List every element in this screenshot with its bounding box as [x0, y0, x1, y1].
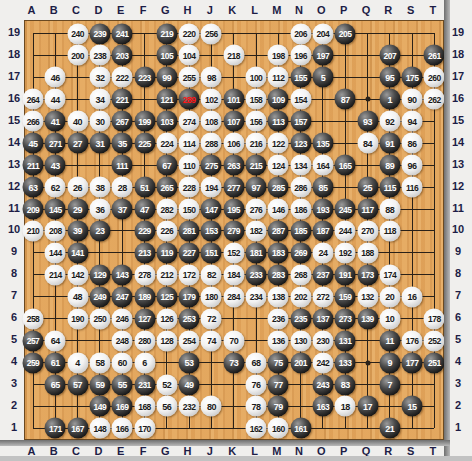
stone-H19: 220 — [179, 23, 200, 44]
stone-C10: 39 — [67, 220, 88, 241]
stone-K11: 195 — [223, 199, 244, 220]
stone-M3: 77 — [268, 374, 289, 395]
stone-N5: 130 — [290, 330, 311, 351]
stone-P8: 191 — [335, 264, 356, 285]
stone-G10: 226 — [156, 220, 177, 241]
bottom-window-edge-bar — [0, 440, 450, 446]
stone-P11: 245 — [335, 199, 356, 220]
stone-A11: 209 — [23, 199, 44, 220]
stone-R4: 9 — [379, 352, 400, 373]
stone-B3: 65 — [45, 374, 66, 395]
stone-K7: 284 — [223, 286, 244, 307]
stone-R5: 11 — [379, 330, 400, 351]
stone-E17: 222 — [112, 67, 133, 88]
row-label-left-5: 5 — [11, 333, 17, 345]
row-label-right-17: 17 — [452, 70, 464, 82]
stone-K18: 218 — [223, 45, 244, 66]
stone-K8: 184 — [223, 264, 244, 285]
stone-P4: 133 — [335, 352, 356, 373]
stone-Q12: 25 — [357, 177, 378, 198]
stone-D14: 31 — [89, 133, 110, 154]
stone-P19: 205 — [335, 23, 356, 44]
stone-R18: 207 — [379, 45, 400, 66]
stone-O5: 230 — [312, 330, 333, 351]
stone-E14: 35 — [112, 133, 133, 154]
stone-T4: 251 — [424, 352, 445, 373]
stone-D15: 30 — [89, 111, 110, 132]
stone-G6: 126 — [156, 308, 177, 329]
stone-B15: 41 — [45, 111, 66, 132]
stone-M6: 236 — [268, 308, 289, 329]
column-label-top-B: B — [50, 4, 58, 16]
stone-H12: 228 — [179, 177, 200, 198]
stone-B11: 145 — [45, 199, 66, 220]
stone-N6: 235 — [290, 308, 311, 329]
stone-H10: 281 — [179, 220, 200, 241]
row-label-left-17: 17 — [8, 70, 20, 82]
row-label-right-1: 1 — [455, 421, 461, 433]
stone-Q10: 270 — [357, 220, 378, 241]
stone-L15: 156 — [246, 111, 267, 132]
stone-N8: 268 — [290, 264, 311, 285]
stone-L7: 234 — [246, 286, 267, 307]
stone-N10: 185 — [290, 220, 311, 241]
stone-G2: 56 — [156, 396, 177, 417]
column-label-top-R: R — [384, 4, 392, 16]
stone-M7: 138 — [268, 286, 289, 307]
stone-C3: 57 — [67, 374, 88, 395]
row-label-right-7: 7 — [455, 289, 461, 301]
stone-H9: 227 — [179, 242, 200, 263]
stone-L12: 97 — [246, 177, 267, 198]
stone-H17: 255 — [179, 67, 200, 88]
stone-R17: 95 — [379, 67, 400, 88]
stone-B13: 43 — [45, 155, 66, 176]
stone-M11: 146 — [268, 199, 289, 220]
stone-K14: 106 — [223, 133, 244, 154]
stone-E2: 169 — [112, 396, 133, 417]
stone-J11: 147 — [201, 199, 222, 220]
stone-G15: 103 — [156, 111, 177, 132]
stone-M14: 122 — [268, 133, 289, 154]
stone-F17: 223 — [134, 67, 155, 88]
stone-J12: 194 — [201, 177, 222, 198]
stone-R8: 174 — [379, 264, 400, 285]
stone-A14: 45 — [23, 133, 44, 154]
stone-M5: 136 — [268, 330, 289, 351]
stone-E16: 221 — [112, 89, 133, 110]
stone-J7: 180 — [201, 286, 222, 307]
stone-N7: 202 — [290, 286, 311, 307]
stone-K10: 279 — [223, 220, 244, 241]
column-label-top-H: H — [184, 4, 192, 16]
stone-C18: 200 — [67, 45, 88, 66]
stone-J10: 153 — [201, 220, 222, 241]
bottom-window-band — [0, 456, 472, 461]
stone-F7: 189 — [134, 286, 155, 307]
stone-M2: 79 — [268, 396, 289, 417]
stone-E3: 55 — [112, 374, 133, 395]
stone-L11: 276 — [246, 199, 267, 220]
stone-N1: 161 — [290, 418, 311, 439]
stone-A12: 63 — [23, 177, 44, 198]
stone-D16: 34 — [89, 89, 110, 110]
stone-K16: 101 — [223, 89, 244, 110]
stone-S13: 96 — [402, 155, 423, 176]
stone-Q15: 93 — [357, 111, 378, 132]
stone-M16: 109 — [268, 89, 289, 110]
stone-M18: 198 — [268, 45, 289, 66]
row-label-left-8: 8 — [11, 267, 17, 279]
stone-K4: 73 — [223, 352, 244, 373]
row-label-left-1: 1 — [11, 421, 17, 433]
stone-C19: 240 — [67, 23, 88, 44]
stone-S4: 177 — [402, 352, 423, 373]
column-label-top-C: C — [72, 4, 80, 16]
stone-H6: 253 — [179, 308, 200, 329]
stone-G18: 105 — [156, 45, 177, 66]
row-label-right-16: 16 — [452, 92, 464, 104]
stone-M9: 183 — [268, 242, 289, 263]
stone-H4: 53 — [179, 352, 200, 373]
row-label-right-9: 9 — [455, 245, 461, 257]
stone-E6: 246 — [112, 308, 133, 329]
stone-G9: 119 — [156, 242, 177, 263]
stone-B17: 46 — [45, 67, 66, 88]
stone-J2: 80 — [201, 396, 222, 417]
stone-J5: 74 — [201, 330, 222, 351]
stone-C15: 40 — [67, 111, 88, 132]
stone-R1: 21 — [379, 418, 400, 439]
right-window-edge-bar — [444, 0, 450, 461]
stone-P3: 83 — [335, 374, 356, 395]
stone-C8: 142 — [67, 264, 88, 285]
stone-M13: 124 — [268, 155, 289, 176]
stone-F11: 47 — [134, 199, 155, 220]
stone-Q14: 84 — [357, 133, 378, 154]
column-label-top-J: J — [207, 4, 213, 16]
stone-C11: 29 — [67, 199, 88, 220]
stone-R11: 88 — [379, 199, 400, 220]
stone-E5: 248 — [112, 330, 133, 351]
row-label-right-11: 11 — [452, 202, 464, 214]
stone-R13: 89 — [379, 155, 400, 176]
stone-H3: 49 — [179, 374, 200, 395]
stone-E8: 143 — [112, 264, 133, 285]
stone-T6: 178 — [424, 308, 445, 329]
stone-J16: 102 — [201, 89, 222, 110]
stone-S12: 116 — [402, 177, 423, 198]
stone-G7: 125 — [156, 286, 177, 307]
stone-E19: 241 — [112, 23, 133, 44]
row-label-left-9: 9 — [11, 245, 17, 257]
row-label-left-11: 11 — [8, 202, 20, 214]
stone-B1: 171 — [45, 418, 66, 439]
row-label-left-7: 7 — [11, 289, 17, 301]
stone-D1: 148 — [89, 418, 110, 439]
stone-Q6: 139 — [357, 308, 378, 329]
stone-R15: 92 — [379, 111, 400, 132]
stone-P9: 192 — [335, 242, 356, 263]
stone-D18: 238 — [89, 45, 110, 66]
stone-N19: 206 — [290, 23, 311, 44]
stone-D3: 59 — [89, 374, 110, 395]
stone-L16: 158 — [246, 89, 267, 110]
stone-B8: 214 — [45, 264, 66, 285]
stone-P5: 131 — [335, 330, 356, 351]
stone-D4: 58 — [89, 352, 110, 373]
stone-A15: 266 — [23, 111, 44, 132]
stone-O4: 242 — [312, 352, 333, 373]
stone-J14: 288 — [201, 133, 222, 154]
row-label-right-5: 5 — [455, 333, 461, 345]
stone-B14: 271 — [45, 133, 66, 154]
stone-H14: 114 — [179, 133, 200, 154]
stone-N12: 286 — [290, 177, 311, 198]
stone-E13: 111 — [112, 155, 133, 176]
stone-J6: 72 — [201, 308, 222, 329]
column-label-top-K: K — [228, 4, 236, 16]
stone-N14: 123 — [290, 133, 311, 154]
stone-B5: 64 — [45, 330, 66, 351]
stone-O14: 135 — [312, 133, 333, 154]
column-label-top-O: O — [317, 4, 326, 16]
row-label-right-2: 2 — [455, 399, 461, 411]
stone-F15: 199 — [134, 111, 155, 132]
stone-E4: 60 — [112, 352, 133, 373]
stone-N18: 196 — [290, 45, 311, 66]
stone-L8: 233 — [246, 264, 267, 285]
stone-D19: 239 — [89, 23, 110, 44]
stone-F9: 213 — [134, 242, 155, 263]
stone-D8: 129 — [89, 264, 110, 285]
stone-S14: 86 — [402, 133, 423, 154]
stone-H15: 274 — [179, 111, 200, 132]
stone-O3: 243 — [312, 374, 333, 395]
stone-O11: 193 — [312, 199, 333, 220]
stone-A13: 211 — [23, 155, 44, 176]
stone-F10: 229 — [134, 220, 155, 241]
stone-J8: 82 — [201, 264, 222, 285]
stone-P2: 18 — [335, 396, 356, 417]
row-label-left-18: 18 — [8, 48, 20, 60]
stone-O13: 164 — [312, 155, 333, 176]
stone-C4: 4 — [67, 352, 88, 373]
stone-Q9: 188 — [357, 242, 378, 263]
column-label-top-D: D — [94, 4, 102, 16]
stone-F5: 280 — [134, 330, 155, 351]
row-label-right-18: 18 — [452, 48, 464, 60]
stone-N17: 155 — [290, 67, 311, 88]
row-label-right-12: 12 — [452, 180, 464, 192]
stone-O10: 187 — [312, 220, 333, 241]
stone-G16: 121 — [156, 89, 177, 110]
column-label-top-Q: Q — [362, 4, 371, 16]
stone-H7: 179 — [179, 286, 200, 307]
stone-C7: 48 — [67, 286, 88, 307]
hoshi-Q16 — [365, 97, 370, 102]
stone-D10: 23 — [89, 220, 110, 241]
stone-C12: 26 — [67, 177, 88, 198]
row-label-right-8: 8 — [455, 267, 461, 279]
stone-Q2: 17 — [357, 396, 378, 417]
stone-L4: 68 — [246, 352, 267, 373]
stone-F14: 225 — [134, 133, 155, 154]
column-label-top-L: L — [251, 4, 258, 16]
stone-N15: 157 — [290, 111, 311, 132]
stone-H8: 172 — [179, 264, 200, 285]
stone-A16: 264 — [23, 89, 44, 110]
stone-T18: 261 — [424, 45, 445, 66]
stone-A4: 259 — [23, 352, 44, 373]
stone-O6: 137 — [312, 308, 333, 329]
stone-P16: 87 — [335, 89, 356, 110]
row-label-right-13: 13 — [452, 158, 464, 170]
stone-G14: 224 — [156, 133, 177, 154]
row-label-left-12: 12 — [8, 180, 20, 192]
stone-F4: 6 — [134, 352, 155, 373]
stone-L10: 182 — [246, 220, 267, 241]
stone-K15: 107 — [223, 111, 244, 132]
stone-J15: 108 — [201, 111, 222, 132]
stone-C1: 167 — [67, 418, 88, 439]
stone-D12: 38 — [89, 177, 110, 198]
stone-R14: 91 — [379, 133, 400, 154]
stone-E1: 166 — [112, 418, 133, 439]
stone-B12: 62 — [45, 177, 66, 198]
row-label-right-3: 3 — [455, 377, 461, 389]
stone-S7: 16 — [402, 286, 423, 307]
row-label-left-2: 2 — [11, 399, 17, 411]
column-label-top-M: M — [272, 4, 281, 16]
stone-O9: 24 — [312, 242, 333, 263]
column-label-top-T: T — [430, 4, 437, 16]
stone-B10: 208 — [45, 220, 66, 241]
stone-L1: 162 — [246, 418, 267, 439]
stone-N9: 269 — [290, 242, 311, 263]
stone-A6: 258 — [23, 308, 44, 329]
stone-O19: 204 — [312, 23, 333, 44]
stone-E12: 28 — [112, 177, 133, 198]
stone-E15: 267 — [112, 111, 133, 132]
stone-T5: 252 — [424, 330, 445, 351]
column-label-top-S: S — [407, 4, 414, 16]
stone-R6: 10 — [379, 308, 400, 329]
stone-M17: 112 — [268, 67, 289, 88]
stone-H2: 232 — [179, 396, 200, 417]
stone-B16: 44 — [45, 89, 66, 110]
stone-F12: 51 — [134, 177, 155, 198]
stone-O7: 272 — [312, 286, 333, 307]
stone-F2: 168 — [134, 396, 155, 417]
row-label-right-10: 10 — [452, 223, 464, 235]
stone-H16: 289 — [179, 89, 200, 110]
stone-Q7: 132 — [357, 286, 378, 307]
stone-C14: 27 — [67, 133, 88, 154]
stone-N11: 186 — [290, 199, 311, 220]
stone-D7: 249 — [89, 286, 110, 307]
stone-K12: 277 — [223, 177, 244, 198]
stone-L13: 215 — [246, 155, 267, 176]
row-label-left-15: 15 — [8, 114, 20, 126]
goban[interactable]: 2402392412192202562062042052002382031051… — [24, 20, 444, 440]
stone-H18: 104 — [179, 45, 200, 66]
stone-S17: 175 — [402, 67, 423, 88]
stone-M1: 160 — [268, 418, 289, 439]
stone-B4: 61 — [45, 352, 66, 373]
stone-K13: 263 — [223, 155, 244, 176]
row-label-left-14: 14 — [8, 136, 20, 148]
stone-N16: 154 — [290, 89, 311, 110]
stone-F1: 170 — [134, 418, 155, 439]
stone-H11: 150 — [179, 199, 200, 220]
stone-G3: 52 — [156, 374, 177, 395]
go-game-record-window: 2402392412192202562062042052002382031051… — [0, 0, 472, 461]
row-label-left-13: 13 — [8, 158, 20, 170]
row-label-left-19: 19 — [8, 26, 20, 38]
stone-A5: 257 — [23, 330, 44, 351]
row-label-right-15: 15 — [452, 114, 464, 126]
stone-P10: 244 — [335, 220, 356, 241]
stone-C9: 141 — [67, 242, 88, 263]
stone-J17: 98 — [201, 67, 222, 88]
stone-N13: 134 — [290, 155, 311, 176]
stone-M8: 283 — [268, 264, 289, 285]
stone-J9: 151 — [201, 242, 222, 263]
stone-T16: 262 — [424, 89, 445, 110]
stone-P6: 273 — [335, 308, 356, 329]
stone-F8: 278 — [134, 264, 155, 285]
stone-S2: 15 — [402, 396, 423, 417]
stone-G13: 67 — [156, 155, 177, 176]
stone-C6: 190 — [67, 308, 88, 329]
stone-L14: 216 — [246, 133, 267, 154]
stone-G8: 212 — [156, 264, 177, 285]
stone-H13: 110 — [179, 155, 200, 176]
stone-M15: 113 — [268, 111, 289, 132]
stone-K5: 70 — [223, 330, 244, 351]
stone-D17: 32 — [89, 67, 110, 88]
stone-N4: 201 — [290, 352, 311, 373]
row-label-left-6: 6 — [11, 311, 17, 323]
stone-L3: 76 — [246, 374, 267, 395]
stone-S16: 90 — [402, 89, 423, 110]
stone-Q11: 117 — [357, 199, 378, 220]
stone-D6: 250 — [89, 308, 110, 329]
stone-H5: 254 — [179, 330, 200, 351]
row-label-left-4: 4 — [11, 355, 17, 367]
column-label-top-N: N — [295, 4, 303, 16]
stone-L17: 100 — [246, 67, 267, 88]
stone-L9: 181 — [246, 242, 267, 263]
stone-P7: 159 — [335, 286, 356, 307]
stone-O18: 197 — [312, 45, 333, 66]
stone-E7: 247 — [112, 286, 133, 307]
stone-R12: 115 — [379, 177, 400, 198]
stone-O8: 237 — [312, 264, 333, 285]
stone-G19: 219 — [156, 23, 177, 44]
stone-S15: 94 — [402, 111, 423, 132]
stone-O12: 85 — [312, 177, 333, 198]
stone-G17: 99 — [156, 67, 177, 88]
row-label-right-19: 19 — [452, 26, 464, 38]
stone-Q8: 173 — [357, 264, 378, 285]
stone-E11: 37 — [112, 199, 133, 220]
stone-M12: 285 — [268, 177, 289, 198]
stone-F6: 127 — [134, 308, 155, 329]
stone-M4: 75 — [268, 352, 289, 373]
hoshi-Q4 — [365, 360, 370, 365]
